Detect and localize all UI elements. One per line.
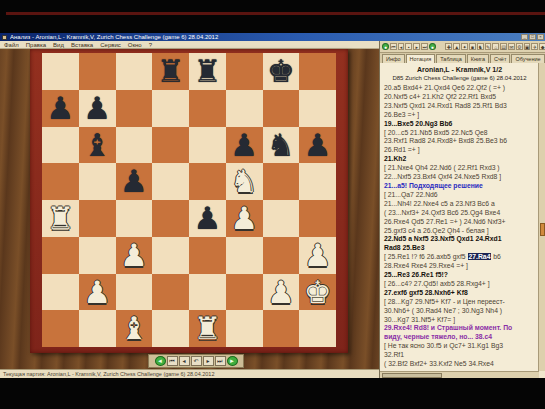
game-event-header: D85 Zurich Chess Challenge (game 6) 28.0… — [380, 74, 539, 82]
tab-таблица[interactable]: Таблица — [436, 54, 466, 63]
square-b3[interactable] — [79, 237, 116, 274]
square-h5[interactable] — [299, 163, 336, 200]
piece-black-r-d8[interactable]: ♜ — [152, 53, 189, 90]
unplay-button[interactable]: ↶ — [191, 356, 202, 366]
square-c3[interactable]: ♟ — [116, 237, 153, 274]
square-d5[interactable] — [152, 163, 189, 200]
menu-item-окно[interactable]: Окно — [128, 41, 142, 49]
mail-icon[interactable]: ✉ — [508, 43, 515, 50]
tab-обучение[interactable]: Обучение — [511, 54, 544, 63]
menu-item-правка[interactable]: Правка — [26, 41, 46, 49]
square-e4[interactable]: ♟ — [189, 200, 226, 237]
play-icon[interactable]: ▸ — [413, 43, 420, 50]
stop-icon[interactable]: ▪ — [405, 43, 412, 50]
square-b6[interactable]: ♝ — [79, 127, 116, 164]
square-c8[interactable] — [116, 53, 153, 90]
chess-app-window: Анализ - Aronian,L - Kramnik,V, Zurich C… — [0, 33, 545, 378]
panel-toolbar: ●⏮◂▪▸⏭●✚▲✦■♞✎⌂▤✉⚙▣✈◆ — [380, 41, 545, 53]
square-f4[interactable]: ♟ — [226, 200, 263, 237]
notation-area[interactable]: Aronian,L - Kramnik,V 1/2 D85 Zurich Che… — [380, 63, 539, 371]
vertical-scrollbar[interactable] — [538, 63, 545, 371]
notation-line[interactable]: [ Не так ясно 30.f5 и Qc7+ 31.Kg1 Bg3 — [380, 342, 539, 351]
square-b2[interactable]: ♟ — [79, 274, 116, 311]
next-game-button[interactable]: ► — [227, 356, 238, 366]
square-h8[interactable] — [299, 53, 336, 90]
square-a2[interactable] — [42, 274, 79, 311]
notation-line[interactable]: 30.Nh6+ ( 30.Rad4 Ne7 ; 30.Ng3 Nh4 ) — [380, 307, 539, 316]
notation-panel: ●⏮◂▪▸⏭●✚▲✦■♞✎⌂▤✉⚙▣✈◆ ИнфоНотацияТаблицаК… — [379, 41, 545, 378]
notation-line[interactable]: 21...a5! Подходящее решение — [380, 182, 539, 191]
notation-line[interactable]: 32.Rf1 — [380, 351, 539, 360]
notation-line[interactable]: 26.Rxe4 Qd5 27.Re1 =+ ) 24.Nd6 Nxf3+ — [380, 218, 539, 227]
notation-line[interactable]: 21.Kh2 — [380, 155, 539, 164]
notation-line[interactable]: [ 25.Re1 !? f6 26.axb5 gxf5 27.Ra4 b6 — [380, 253, 539, 262]
square-e3[interactable] — [189, 237, 226, 274]
piece-white-b-c1[interactable]: ♝ — [116, 310, 153, 347]
square-g3[interactable] — [263, 237, 300, 274]
notation-line[interactable]: ( 32.Bf2 Bxf2+ 33.Kxf2 Ne5 34.Rxe4 — [380, 360, 539, 369]
notation-line[interactable]: 25...Re3 26.Re1 f5!? — [380, 271, 539, 280]
square-f2[interactable] — [226, 274, 263, 311]
piece-white-p-f4[interactable]: ♟ — [226, 200, 263, 237]
home-icon[interactable]: ⌂ — [492, 43, 499, 50]
piece-white-r-e1[interactable]: ♜ — [189, 310, 226, 347]
send-icon[interactable]: ✈ — [531, 43, 538, 50]
new-icon[interactable]: ● — [382, 43, 389, 50]
square-h3[interactable]: ♟ — [299, 237, 336, 274]
piece-white-p-b2[interactable]: ♟ — [79, 274, 116, 311]
square-h1[interactable] — [299, 310, 336, 347]
square-a7[interactable]: ♟ — [42, 90, 79, 127]
piece-white-p-c3[interactable]: ♟ — [116, 237, 153, 274]
square-b4[interactable] — [79, 200, 116, 237]
notation-line[interactable]: 27.exf6 gxf5 28.Nxh6+ Kf8 — [380, 289, 539, 298]
minimize-button[interactable]: _ — [521, 34, 528, 40]
piece-black-p-a7[interactable]: ♟ — [42, 90, 79, 127]
maximize-button[interactable]: □ — [529, 34, 536, 40]
piece-black-k-g8[interactable]: ♚ — [263, 53, 300, 90]
square-d6[interactable] — [152, 127, 189, 164]
piece-black-n-g6[interactable]: ♞ — [263, 127, 300, 164]
square-c5[interactable]: ♟ — [116, 163, 153, 200]
notation-line[interactable]: виду, черные тяжело, но... 38.c4 — [380, 333, 539, 342]
square-a5[interactable] — [42, 163, 79, 200]
forward-button[interactable]: ▸ — [203, 356, 214, 366]
square-a6[interactable] — [42, 127, 79, 164]
tab-инфо[interactable]: Инфо — [382, 54, 405, 63]
board-icon[interactable]: ■ — [469, 43, 476, 50]
square-g2[interactable]: ♟ — [263, 274, 300, 311]
notation-text: b6 — [491, 253, 500, 260]
layout-icon[interactable]: ▣ — [524, 43, 531, 50]
game-navigation-bar: ◄⏮◂↶▸⏭► — [148, 354, 244, 368]
piece-black-p-f6[interactable]: ♟ — [226, 127, 263, 164]
square-c7[interactable] — [116, 90, 153, 127]
square-b5[interactable] — [79, 163, 116, 200]
square-f5[interactable]: ♞ — [226, 163, 263, 200]
menu-item-вставка[interactable]: Вставка — [71, 41, 93, 49]
end-icon[interactable]: ⏭ — [421, 43, 428, 50]
piece-black-p-b7[interactable]: ♟ — [79, 90, 116, 127]
square-d1[interactable] — [152, 310, 189, 347]
back-icon[interactable]: ◂ — [398, 43, 405, 50]
square-g4[interactable] — [263, 200, 300, 237]
settings-icon[interactable]: ⚙ — [516, 43, 523, 50]
square-d8[interactable]: ♜ — [152, 53, 189, 90]
notation-line[interactable]: 23.Rxf1 Rad8 24.Rxd8+ Bxd8 25.Be3 b6 — [380, 137, 539, 146]
diamond-icon[interactable]: ◆ — [539, 43, 545, 50]
notation-line[interactable]: 19...Bxe5 20.Ng3 Bb6 — [380, 120, 539, 129]
square-c1[interactable]: ♝ — [116, 310, 153, 347]
square-f7[interactable] — [226, 90, 263, 127]
square-f6[interactable]: ♟ — [226, 127, 263, 164]
piece-black-p-e4[interactable]: ♟ — [189, 200, 226, 237]
square-a1[interactable] — [42, 310, 79, 347]
square-g8[interactable]: ♚ — [263, 53, 300, 90]
square-g6[interactable]: ♞ — [263, 127, 300, 164]
add-icon[interactable]: ✚ — [445, 43, 452, 50]
square-e5[interactable] — [189, 163, 226, 200]
notation-line[interactable]: [ 26...c4? 27.Qd5! axb5 28.Rxg4+ ] — [380, 280, 539, 289]
tab-счёт[interactable]: Счёт — [490, 54, 510, 63]
notation-line[interactable]: 22.Nd5 a Nxf5 23.Nxf5 Qxd1 24.Rxd1 — [380, 235, 539, 244]
square-c4[interactable] — [116, 200, 153, 237]
horizontal-scrollbar[interactable] — [380, 371, 539, 378]
engine-icon[interactable]: ♞ — [477, 43, 484, 50]
notation-line[interactable]: [ 28...Kg7 29.Nf5+ Kf7 - и Цен переест- — [380, 298, 539, 307]
tab-нотация[interactable]: Нотация — [406, 54, 436, 63]
close-button[interactable]: × — [537, 34, 544, 40]
square-d7[interactable] — [152, 90, 189, 127]
menu-item-сервис[interactable]: Сервис — [100, 41, 121, 49]
square-d4[interactable] — [152, 200, 189, 237]
notation-line[interactable]: 26.Rd1 =+ ] — [380, 146, 539, 155]
table-icon[interactable]: ▤ — [500, 43, 507, 50]
square-b7[interactable]: ♟ — [79, 90, 116, 127]
notation-line[interactable]: 23.Nxf5 Qxd1 24.Rxd1 Rad8 25.Rf1 Bd3 — [380, 102, 539, 111]
square-a4[interactable]: ♜ — [42, 200, 79, 237]
annotate-icon[interactable]: ✦ — [461, 43, 468, 50]
notation-line[interactable]: [ 21...Qa7 22.Nd6 — [380, 191, 539, 200]
status-bar: Текущая партия: Aronian,L - Kramnik,V, Z… — [0, 369, 379, 378]
panel-tabs: ИнфоНотацияТаблицаКнигаСчётОбучение — [380, 53, 545, 63]
menu-item-?[interactable]: ? — [149, 41, 152, 49]
square-e1[interactable]: ♜ — [189, 310, 226, 347]
square-c2[interactable] — [116, 274, 153, 311]
notation-line[interactable]: 20.Nxf5 c4+ 21.Kh2 Qf2 22.Rf1 Bxd5 — [380, 93, 539, 102]
notation-line[interactable]: 28.Rxe4 Rxe4 29.Rxe4 =+ ] — [380, 262, 539, 271]
horizontal-scrollbar-thumb[interactable] — [382, 373, 442, 378]
start-icon[interactable]: ⏮ — [390, 43, 397, 50]
square-d3[interactable] — [152, 237, 189, 274]
forward-all-button[interactable]: ⏭ — [215, 356, 226, 366]
square-h6[interactable]: ♟ — [299, 127, 336, 164]
piece-white-n-f5[interactable]: ♞ — [226, 163, 263, 200]
notation-line[interactable]: ( 23...Nxf3+ 24.Qxf3 Bc6 25.Qg4 Bxe4 — [380, 209, 539, 218]
chess-board[interactable]: ♜♜♚♟♟♝♟♞♟♟♞♜♟♟♟♟♟♟♚♝♜ — [42, 53, 336, 347]
menu-bar: ФайлПравкаВидВставкаСервисОкно? — [0, 41, 379, 49]
edit-icon[interactable]: ✎ — [485, 43, 492, 50]
square-b8[interactable] — [79, 53, 116, 90]
piece-black-p-c5[interactable]: ♟ — [116, 163, 153, 200]
tab-книга[interactable]: Книга — [467, 54, 489, 63]
top-decorative-line — [6, 12, 545, 15]
piece-white-p-h3[interactable]: ♟ — [299, 237, 336, 274]
square-e7[interactable] — [189, 90, 226, 127]
app-icon — [2, 35, 7, 40]
square-g5[interactable] — [263, 163, 300, 200]
takeback-all-button[interactable]: ⏮ — [167, 356, 178, 366]
piece-white-p-g2[interactable]: ♟ — [263, 274, 300, 311]
current-move-highlight[interactable]: 27.Ra4 — [468, 253, 492, 260]
piece-black-r-e8[interactable]: ♜ — [189, 53, 226, 90]
prev-game-button[interactable]: ◄ — [155, 356, 166, 366]
main-content: ♜♜♚♟♟♝♟♞♟♟♞♜♟♟♟♟♟♟♚♝♜ ◄⏮◂↶▸⏭► Текущая па… — [0, 49, 545, 378]
notation-line[interactable]: Rad8 25.Be3 — [380, 244, 539, 253]
square-g7[interactable] — [263, 90, 300, 127]
square-f3[interactable] — [226, 237, 263, 274]
square-g1[interactable] — [263, 310, 300, 347]
piece-black-b-b6[interactable]: ♝ — [79, 127, 116, 164]
notation-line[interactable]: 22...Nxf5 23.Bxf4 Qxf4 24.Nxe5 Rxd8 ] — [380, 173, 539, 182]
notation-line[interactable]: 21...Nh4! 22.Nxe4 c5 a 23.Nf3 Bc6 a — [380, 200, 539, 209]
notation-line[interactable]: 20.a5 Bxd4+ 21.Qxd4 Qe6 22.Qf2 ( =+ ) — [380, 84, 539, 93]
notation-line[interactable]: 26.Be3 =+ ] — [380, 111, 539, 120]
square-e8[interactable]: ♜ — [189, 53, 226, 90]
menu-item-вид[interactable]: Вид — [53, 41, 64, 49]
game-players-header: Aronian,L - Kramnik,V 1/2 — [380, 65, 539, 74]
notation-line[interactable]: [ 21.Nxe4 Qh4 22.Nd6 ( 22.Rf1 Rxd3 ) — [380, 164, 539, 173]
square-d2[interactable] — [152, 274, 189, 311]
board-frame: ♜♜♚♟♟♝♟♞♟♟♞♜♟♟♟♟♟♟♚♝♜ — [30, 49, 348, 353]
square-c6[interactable] — [116, 127, 153, 164]
square-h7[interactable] — [299, 90, 336, 127]
square-a3[interactable] — [42, 237, 79, 274]
piece-black-p-h6[interactable]: ♟ — [299, 127, 336, 164]
promote-icon[interactable]: ▲ — [453, 43, 460, 50]
notation-line[interactable]: 29.Rxe4! Rd8! и Страшный момент. По — [380, 324, 539, 333]
square-e2[interactable] — [189, 274, 226, 311]
piece-white-k-h2[interactable]: ♚ — [299, 274, 336, 311]
window-controls: _□× — [521, 34, 544, 40]
video-frame: Анализ - Aronian,L - Kramnik,V, Zurich C… — [0, 0, 545, 409]
status-text: Текущая партия: Aronian,L - Kramnik,V, Z… — [0, 370, 379, 379]
moves-list: 20.a5 Bxd4+ 21.Qxd4 Qe6 22.Qf2 ( =+ )20.… — [380, 84, 539, 369]
notation-line[interactable]: 25.gxf3 c4 a 26.Qe2 Qh4 - белая ] — [380, 227, 539, 236]
takeback-button[interactable]: ◂ — [179, 356, 190, 366]
square-e6[interactable] — [189, 127, 226, 164]
vertical-scrollbar-thumb[interactable] — [540, 223, 545, 236]
square-f8[interactable] — [226, 53, 263, 90]
notation-text: [ 25.Re1 !? f6 26.axb5 gxf5 — [384, 253, 468, 260]
notation-line[interactable]: [ 20...c5 21.Nb5 Bxd5 22.Nc5 Qe8 — [380, 129, 539, 138]
square-b1[interactable] — [79, 310, 116, 347]
notation-line[interactable]: 30...Kg7 31.Nf5+ Kf7= ] — [380, 316, 539, 325]
square-f1[interactable] — [226, 310, 263, 347]
square-a8[interactable] — [42, 53, 79, 90]
menu-item-файл[interactable]: Файл — [4, 41, 19, 49]
piece-white-r-a4[interactable]: ♜ — [42, 200, 79, 237]
square-h2[interactable]: ♚ — [299, 274, 336, 311]
autoplay-icon[interactable]: ● — [429, 43, 436, 50]
square-h4[interactable] — [299, 200, 336, 237]
